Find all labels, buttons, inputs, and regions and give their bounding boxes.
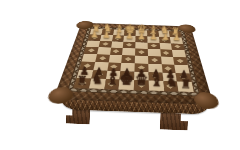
square-b8: ♞ <box>163 81 179 91</box>
black-pawn: ♟ <box>134 68 149 79</box>
square-e7: ♟ <box>120 71 135 80</box>
square-f8: ♝ <box>104 79 120 89</box>
square-d8: ♛ <box>134 80 149 90</box>
white-bishop: ♝ <box>113 23 125 34</box>
square-c4 <box>148 49 161 56</box>
product-photo: ♜♞♝♚♛♝♞♜♟♟♟♟♟♟♟♟♟♟♟♟♟♟♟♟♜♞♝♚♛♝♞♜ <box>0 0 240 150</box>
square-d6 <box>134 63 148 72</box>
square-c7: ♟ <box>148 72 163 81</box>
black-pawn: ♟ <box>120 67 135 78</box>
square-e8: ♚ <box>119 80 134 90</box>
board-leg-left <box>66 109 91 125</box>
square-h6 <box>79 61 95 70</box>
square-e6 <box>121 63 135 72</box>
chess-board-frame: ♜♞♝♚♛♝♞♜♟♟♟♟♟♟♟♟♟♟♟♟♟♟♟♟♜♞♝♚♛♝♞♜ <box>53 23 213 105</box>
white-knight: ♞ <box>102 23 114 34</box>
board-leg-right <box>160 113 189 131</box>
square-a7: ♟ <box>176 73 192 82</box>
square-f4 <box>110 48 123 55</box>
board-scene: ♜♞♝♚♛♝♞♜♟♟♟♟♟♟♟♟♟♟♟♟♟♟♟♟♜♞♝♚♛♝♞♜ <box>53 23 213 105</box>
square-c8: ♝ <box>149 81 164 91</box>
white-bishop: ♝ <box>147 24 159 35</box>
square-a8: ♜ <box>177 82 194 92</box>
chess-board: ♜♞♝♚♛♝♞♜♟♟♟♟♟♟♟♟♟♟♟♟♟♟♟♟♜♞♝♚♛♝♞♜ <box>72 28 195 93</box>
square-h5 <box>82 54 97 62</box>
square-h8: ♜ <box>74 78 91 88</box>
